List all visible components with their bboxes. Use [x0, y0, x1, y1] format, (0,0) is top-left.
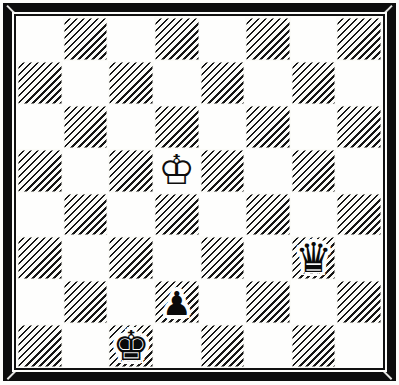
square-e7[interactable]: [200, 61, 246, 105]
piece-black-pawn[interactable]: ♟: [154, 280, 200, 324]
square-c6[interactable]: [108, 105, 154, 149]
square-f7[interactable]: [245, 61, 291, 105]
square-c7[interactable]: [108, 61, 154, 105]
square-d7[interactable]: [154, 61, 200, 105]
square-c3[interactable]: [108, 236, 154, 280]
square-h4[interactable]: [336, 193, 382, 237]
square-a5[interactable]: [17, 149, 63, 193]
square-e6[interactable]: [200, 105, 246, 149]
square-b6[interactable]: [63, 105, 109, 149]
chess-diagram: ♔♛♟♚: [0, 0, 399, 385]
square-d1[interactable]: [154, 324, 200, 368]
chess-board[interactable]: ♔♛♟♚: [17, 17, 382, 368]
square-h2[interactable]: [336, 280, 382, 324]
square-b7[interactable]: [63, 61, 109, 105]
square-d2[interactable]: ♟: [154, 280, 200, 324]
square-e8[interactable]: [200, 17, 246, 61]
square-a3[interactable]: [17, 236, 63, 280]
square-g7[interactable]: [291, 61, 337, 105]
square-c4[interactable]: [108, 193, 154, 237]
square-g2[interactable]: [291, 280, 337, 324]
square-a8[interactable]: [17, 17, 63, 61]
square-a1[interactable]: [17, 324, 63, 368]
square-d3[interactable]: [154, 236, 200, 280]
square-g6[interactable]: [291, 105, 337, 149]
piece-black-king[interactable]: ♚: [108, 324, 154, 368]
square-f2[interactable]: [245, 280, 291, 324]
square-g8[interactable]: [291, 17, 337, 61]
piece-black-queen[interactable]: ♛: [291, 236, 337, 280]
square-h7[interactable]: [336, 61, 382, 105]
square-a2[interactable]: [17, 280, 63, 324]
square-b1[interactable]: [63, 324, 109, 368]
square-c5[interactable]: [108, 149, 154, 193]
square-b8[interactable]: [63, 17, 109, 61]
square-g4[interactable]: [291, 193, 337, 237]
piece-white-king[interactable]: ♔: [154, 149, 200, 193]
square-b5[interactable]: [63, 149, 109, 193]
square-h1[interactable]: [336, 324, 382, 368]
square-g1[interactable]: [291, 324, 337, 368]
square-d4[interactable]: [154, 193, 200, 237]
square-f3[interactable]: [245, 236, 291, 280]
square-c2[interactable]: [108, 280, 154, 324]
square-f6[interactable]: [245, 105, 291, 149]
square-g3[interactable]: ♛: [291, 236, 337, 280]
square-a6[interactable]: [17, 105, 63, 149]
square-h6[interactable]: [336, 105, 382, 149]
square-e4[interactable]: [200, 193, 246, 237]
square-f5[interactable]: [245, 149, 291, 193]
square-d8[interactable]: [154, 17, 200, 61]
square-c8[interactable]: [108, 17, 154, 61]
square-f4[interactable]: [245, 193, 291, 237]
square-h5[interactable]: [336, 149, 382, 193]
square-d6[interactable]: [154, 105, 200, 149]
square-a7[interactable]: [17, 61, 63, 105]
square-a4[interactable]: [17, 193, 63, 237]
square-f1[interactable]: [245, 324, 291, 368]
square-b4[interactable]: [63, 193, 109, 237]
square-e2[interactable]: [200, 280, 246, 324]
square-b2[interactable]: [63, 280, 109, 324]
square-d5[interactable]: ♔: [154, 149, 200, 193]
square-c1[interactable]: ♚: [108, 324, 154, 368]
square-h8[interactable]: [336, 17, 382, 61]
square-g5[interactable]: [291, 149, 337, 193]
square-e3[interactable]: [200, 236, 246, 280]
square-b3[interactable]: [63, 236, 109, 280]
square-h3[interactable]: [336, 236, 382, 280]
square-f8[interactable]: [245, 17, 291, 61]
square-e1[interactable]: [200, 324, 246, 368]
square-e5[interactable]: [200, 149, 246, 193]
